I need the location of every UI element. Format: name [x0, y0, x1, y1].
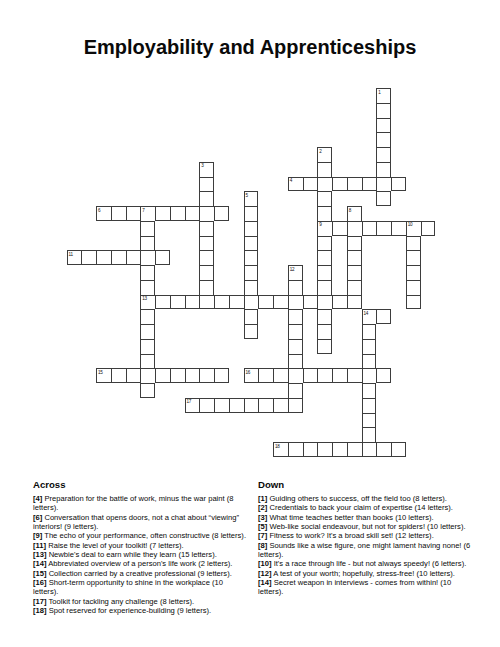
down-clues-section: Down [1] Guiding others to success, off …	[258, 479, 473, 597]
clue-across-15: [15] Collection carried by a creative pr…	[33, 569, 248, 578]
grid-cell-r16c17[interactable]	[317, 324, 332, 339]
down-heading: Down	[258, 479, 473, 490]
clue-across-14: [14] Abbreviated overview of a person's …	[33, 559, 248, 568]
grid-cell-r15c20[interactable]: 14	[362, 309, 377, 324]
grid-cell-r10c9[interactable]	[199, 236, 214, 251]
grid-cell-r24c14[interactable]: 18	[273, 442, 288, 457]
grid-cell-r12c5[interactable]	[140, 265, 155, 280]
grid-cell-r24c21[interactable]	[376, 442, 391, 457]
grid-cell-r21c14[interactable]	[273, 398, 288, 413]
grid-cell-r8c6[interactable]	[155, 206, 170, 221]
grid-cell-r8c12[interactable]	[244, 206, 259, 221]
grid-cell-r8c17[interactable]	[317, 206, 332, 221]
grid-cell-r22c20[interactable]	[362, 413, 377, 428]
grid-cell-r19c15[interactable]	[288, 368, 303, 383]
grid-cell-r10c5[interactable]	[140, 236, 155, 251]
grid-cell-r24c15[interactable]	[288, 442, 303, 457]
grid-cell-r8c7[interactable]	[170, 206, 185, 221]
grid-cell-r6c17[interactable]	[317, 177, 332, 192]
grid-cell-r14c8[interactable]	[185, 295, 200, 310]
grid-cell-r7c9[interactable]	[199, 191, 214, 206]
grid-cell-r13c23[interactable]	[406, 280, 421, 295]
grid-cell-r14c23[interactable]	[406, 295, 421, 310]
grid-cell-r11c0[interactable]: 11	[67, 250, 82, 265]
grid-cell-r7c12[interactable]: 5	[244, 191, 259, 206]
cell-number-6: 6	[98, 208, 100, 213]
grid-cell-r14c6[interactable]	[155, 295, 170, 310]
grid-cell-r24c16[interactable]	[303, 442, 318, 457]
grid-cell-r13c5[interactable]	[140, 280, 155, 295]
grid-cell-r10c17[interactable]	[317, 236, 332, 251]
clue-down-10: [10] It's a race through life - but not …	[258, 559, 473, 568]
grid-cell-r16c15[interactable]	[288, 324, 303, 339]
cell-number-2: 2	[319, 149, 321, 154]
grid-cell-r19c8[interactable]	[185, 368, 200, 383]
cell-number-15: 15	[98, 370, 103, 375]
grid-cell-r11c9[interactable]	[199, 250, 214, 265]
grid-cell-r14c12[interactable]	[244, 295, 259, 310]
grid-cell-r19c16[interactable]	[303, 368, 318, 383]
grid-cell-r8c5[interactable]: 7	[140, 206, 155, 221]
clue-across-18: [18] Spot reserved for experience-buildi…	[33, 606, 248, 615]
grid-cell-r8c3[interactable]	[111, 206, 126, 221]
grid-cell-r5c17[interactable]	[317, 162, 332, 177]
grid-cell-r1c21[interactable]	[376, 103, 391, 118]
grid-cell-r14c19[interactable]	[347, 295, 362, 310]
cell-number-14: 14	[364, 311, 369, 316]
grid-cell-r14c15[interactable]	[288, 295, 303, 310]
grid-cell-r15c21[interactable]	[376, 309, 391, 324]
grid-cell-r19c17[interactable]	[317, 368, 332, 383]
across-heading: Across	[33, 479, 248, 490]
grid-cell-r18c5[interactable]	[140, 354, 155, 369]
grid-cell-r19c12[interactable]: 16	[244, 368, 259, 383]
grid-cell-r13c19[interactable]	[347, 280, 362, 295]
grid-cell-r24c19[interactable]	[347, 442, 362, 457]
grid-cell-r15c12[interactable]	[244, 309, 259, 324]
grid-cell-r4c17[interactable]: 2	[317, 147, 332, 162]
grid-cell-r9c9[interactable]	[199, 221, 214, 236]
grid-cell-r10c23[interactable]	[406, 236, 421, 251]
grid-cell-r21c8[interactable]: 17	[185, 398, 200, 413]
cell-number-4: 4	[290, 178, 292, 183]
clue-down-2: [2] Credentials to back your claim of ex…	[258, 503, 473, 512]
grid-cell-r3c21[interactable]	[376, 132, 391, 147]
grid-cell-r9c23[interactable]: 10	[406, 221, 421, 236]
cell-number-18: 18	[275, 444, 280, 449]
grid-cell-r12c19[interactable]	[347, 265, 362, 280]
grid-cell-r21c15[interactable]	[288, 398, 303, 413]
grid-cell-r11c2[interactable]	[96, 250, 111, 265]
grid-cell-r14c5[interactable]: 13	[140, 295, 155, 310]
grid-cell-r16c12[interactable]	[244, 324, 259, 339]
grid-cell-r6c21[interactable]	[376, 177, 391, 192]
grid-cell-r7c21[interactable]	[376, 191, 391, 206]
grid-cell-r15c5[interactable]	[140, 309, 155, 324]
grid-cell-r14c9[interactable]	[199, 295, 214, 310]
grid-cell-r15c15[interactable]	[288, 309, 303, 324]
grid-cell-r14c17[interactable]	[317, 295, 332, 310]
grid-cell-r12c12[interactable]	[244, 265, 259, 280]
grid-cell-r14c10[interactable]	[214, 295, 229, 310]
grid-cell-r12c15[interactable]: 12	[288, 265, 303, 280]
grid-cell-r21c20[interactable]	[362, 398, 377, 413]
cell-number-9: 9	[319, 222, 321, 227]
grid-cell-r9c22[interactable]	[391, 221, 406, 236]
grid-cell-r17c15[interactable]	[288, 339, 303, 354]
clue-across-9: [9] The echo of your performance, often …	[33, 531, 248, 540]
grid-cell-r13c15[interactable]	[288, 280, 303, 295]
grid-cell-r14c7[interactable]	[170, 295, 185, 310]
grid-cell-r0c21[interactable]: 1	[376, 88, 391, 103]
grid-cell-r6c19[interactable]	[347, 177, 362, 192]
grid-cell-r12c9[interactable]	[199, 265, 214, 280]
grid-cell-r2c21[interactable]	[376, 118, 391, 133]
grid-cell-r11c19[interactable]	[347, 250, 362, 265]
clue-down-1: [1] Guiding others to success, off the f…	[258, 494, 473, 503]
grid-cell-r21c13[interactable]	[258, 398, 273, 413]
grid-cell-r11c12[interactable]	[244, 250, 259, 265]
grid-cell-r8c19[interactable]: 8	[347, 206, 362, 221]
grid-cell-r19c21[interactable]	[376, 368, 391, 383]
clue-across-6: [6] Conversation that opens doors, not a…	[33, 513, 248, 532]
grid-cell-r19c5[interactable]	[140, 368, 155, 383]
cell-number-5: 5	[246, 193, 248, 198]
grid-cell-r8c4[interactable]	[126, 206, 141, 221]
cell-number-3: 3	[201, 163, 203, 168]
grid-cell-r13c12[interactable]	[244, 280, 259, 295]
grid-cell-r13c9[interactable]	[199, 280, 214, 295]
grid-cell-r19c13[interactable]	[258, 368, 273, 383]
grid-cell-r21c11[interactable]	[229, 398, 244, 413]
clue-down-8: [8] Sounds like a wise figure, one might…	[258, 541, 473, 560]
grid-cell-r11c23[interactable]	[406, 250, 421, 265]
grid-cell-r19c18[interactable]	[332, 368, 347, 383]
grid-cell-r11c1[interactable]	[81, 250, 96, 265]
grid-cell-r19c7[interactable]	[170, 368, 185, 383]
grid-cell-r11c17[interactable]	[317, 250, 332, 265]
grid-cell-r11c5[interactable]	[140, 250, 155, 265]
grid-cell-r21c12[interactable]	[244, 398, 259, 413]
down-clue-list: [1] Guiding others to success, off the f…	[258, 494, 473, 597]
crossword-grid: 123456789101112131415161718	[67, 88, 436, 457]
grid-cell-r8c10[interactable]	[214, 206, 229, 221]
grid-cell-r8c2[interactable]: 6	[96, 206, 111, 221]
clue-down-12: [12] A test of your worth; hopefully, st…	[258, 569, 473, 578]
grid-cell-r24c17[interactable]	[317, 442, 332, 457]
clue-across-17: [17] Toolkit for tackling any challenge …	[33, 597, 248, 606]
grid-cell-r24c18[interactable]	[332, 442, 347, 457]
grid-cell-r14c11[interactable]	[229, 295, 244, 310]
grid-cell-r19c10[interactable]	[214, 368, 229, 383]
grid-cell-r9c5[interactable]	[140, 221, 155, 236]
grid-cell-r9c19[interactable]	[347, 221, 362, 236]
grid-cell-r14c14[interactable]	[273, 295, 288, 310]
grid-cell-r11c3[interactable]	[111, 250, 126, 265]
grid-cell-r14c18[interactable]	[332, 295, 347, 310]
cell-number-12: 12	[290, 267, 295, 272]
grid-cell-r6c9[interactable]	[199, 177, 214, 192]
puzzle-title: Employability and Apprenticeships	[0, 36, 500, 59]
grid-cell-r17c20[interactable]	[362, 339, 377, 354]
grid-cell-r12c17[interactable]	[317, 265, 332, 280]
grid-cell-r14c13[interactable]	[258, 295, 273, 310]
grid-cell-r19c20[interactable]	[362, 368, 377, 383]
cell-number-13: 13	[142, 296, 147, 301]
grid-cell-r6c16[interactable]	[303, 177, 318, 192]
grid-cell-r9c17[interactable]: 9	[317, 221, 332, 236]
clue-across-4: [4] Preparation for the battle of work, …	[33, 494, 248, 513]
page: { "title": "Employability and Apprentice…	[0, 0, 500, 647]
grid-cell-r4c21[interactable]	[376, 147, 391, 162]
across-clues-section: Across [4] Preparation for the battle of…	[33, 479, 248, 615]
grid-cell-r18c20[interactable]	[362, 354, 377, 369]
grid-cell-r20c20[interactable]	[362, 383, 377, 398]
grid-cell-r11c6[interactable]	[155, 250, 170, 265]
clue-across-11: [11] Raise the level of your toolkit! (7…	[33, 541, 248, 550]
grid-cell-r5c21[interactable]	[376, 162, 391, 177]
grid-cell-r9c18[interactable]	[332, 221, 347, 236]
grid-cell-r24c20[interactable]	[362, 442, 377, 457]
grid-cell-r11c4[interactable]	[126, 250, 141, 265]
grid-cell-r9c12[interactable]	[244, 221, 259, 236]
cell-number-11: 11	[69, 252, 73, 257]
grid-cell-r13c17[interactable]	[317, 280, 332, 295]
grid-cell-r19c6[interactable]	[155, 368, 170, 383]
grid-cell-r19c14[interactable]	[273, 368, 288, 383]
grid-cell-r8c8[interactable]	[185, 206, 200, 221]
grid-cell-r15c17[interactable]	[317, 309, 332, 324]
clue-down-5: [5] Web-like social endeavour, but not f…	[258, 522, 473, 531]
grid-cell-r12c23[interactable]	[406, 265, 421, 280]
grid-cell-r9c21[interactable]	[376, 221, 391, 236]
grid-cell-r10c19[interactable]	[347, 236, 362, 251]
grid-cell-r20c15[interactable]	[288, 383, 303, 398]
grid-cell-r19c3[interactable]	[111, 368, 126, 383]
clue-down-14: [14] Secret weapon in interviews - comes…	[258, 578, 473, 597]
grid-cell-r17c17[interactable]	[317, 339, 332, 354]
grid-cell-r21c10[interactable]	[214, 398, 229, 413]
grid-cell-r9c24[interactable]	[421, 221, 436, 236]
cell-number-17: 17	[187, 399, 192, 404]
cell-number-16: 16	[246, 370, 251, 375]
grid-cell-r6c15[interactable]: 4	[288, 177, 303, 192]
cell-number-8: 8	[349, 208, 351, 213]
clue-across-16: [16] Short-term opportunity to shine in …	[33, 578, 248, 597]
grid-cell-r6c20[interactable]	[362, 177, 377, 192]
grid-cell-r24c22[interactable]	[391, 442, 406, 457]
grid-cell-r18c15[interactable]	[288, 354, 303, 369]
across-clue-list: [4] Preparation for the battle of work, …	[33, 494, 248, 615]
clue-across-13: [13] Newbie's deal to earn while they le…	[33, 550, 248, 559]
grid-cell-r20c5[interactable]	[140, 383, 155, 398]
grid-cell-r19c9[interactable]	[199, 368, 214, 383]
grid-cell-r19c19[interactable]	[347, 368, 362, 383]
grid-cell-r8c9[interactable]	[199, 206, 214, 221]
grid-cell-r17c5[interactable]	[140, 339, 155, 354]
grid-cell-r21c9[interactable]	[199, 398, 214, 413]
grid-cell-r19c2[interactable]: 15	[96, 368, 111, 383]
grid-cell-r7c17[interactable]	[317, 191, 332, 206]
cell-number-10: 10	[408, 222, 413, 227]
grid-cell-r6c22[interactable]	[391, 177, 406, 192]
grid-cell-r19c4[interactable]	[126, 368, 141, 383]
grid-cell-r10c12[interactable]	[244, 236, 259, 251]
clue-down-7: [7] Fitness to work? It's a broad skill …	[258, 531, 473, 540]
grid-cell-r23c20[interactable]	[362, 427, 377, 442]
cell-number-7: 7	[142, 208, 144, 213]
grid-cell-r6c18[interactable]	[332, 177, 347, 192]
grid-cell-r16c20[interactable]	[362, 324, 377, 339]
clue-down-3: [3] What time teaches better than books …	[258, 513, 473, 522]
grid-cell-r16c5[interactable]	[140, 324, 155, 339]
cell-number-1: 1	[378, 90, 380, 95]
grid-cell-r9c20[interactable]	[362, 221, 377, 236]
grid-cell-r14c16[interactable]	[303, 295, 318, 310]
grid-cell-r5c9[interactable]: 3	[199, 162, 214, 177]
